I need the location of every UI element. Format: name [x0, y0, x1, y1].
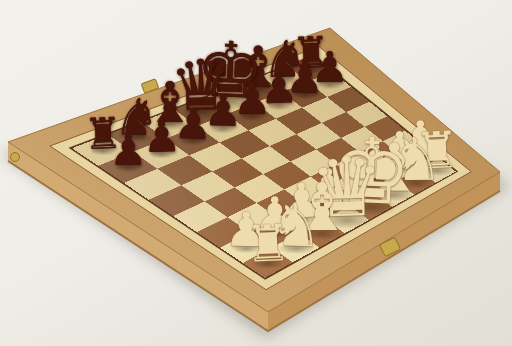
brass-medallion-icon — [11, 153, 20, 162]
chess-set-photo: ♜♞♝♛♚♝♞♜♟♟♟♟♟♟♟♟♟♟♟♟♟♟♟♟♜♞♝♛♚♝♞♜ — [0, 0, 512, 346]
